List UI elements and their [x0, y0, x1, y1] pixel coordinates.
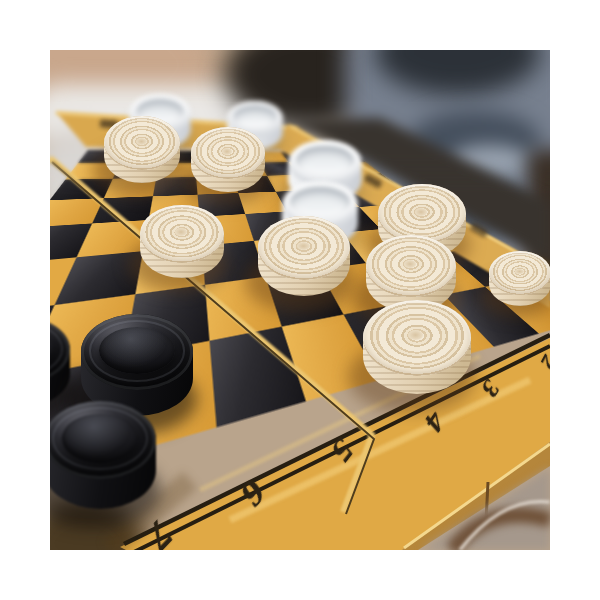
piece-top-face: [363, 300, 471, 376]
piece-top-face: [489, 251, 550, 295]
wood-checker-wood-2-on-f3: [191, 127, 265, 192]
checkers-photo-scene: 234567: [50, 50, 550, 550]
black-checker-black-2-on-b8: [50, 401, 156, 509]
wood-checker-wood-4-on-f5: [258, 216, 350, 296]
piece-top-face: [140, 205, 224, 263]
piece-top-face: [366, 235, 456, 297]
photo-page: 234567: [0, 0, 600, 600]
wood-checker-wood-1-on-e2: [104, 116, 180, 183]
piece-top-face: [81, 314, 193, 390]
piece-top-face: [288, 140, 362, 186]
piece-top-face: [104, 116, 180, 170]
piece-top-face: [258, 216, 350, 280]
wood-checker-wood-3-on-d5: [140, 205, 224, 278]
piece-top-face: [191, 127, 265, 179]
wood-checker-wood-7-on-g7: [363, 300, 471, 394]
wood-checker-wood-8-on-right-rail: [489, 251, 550, 306]
